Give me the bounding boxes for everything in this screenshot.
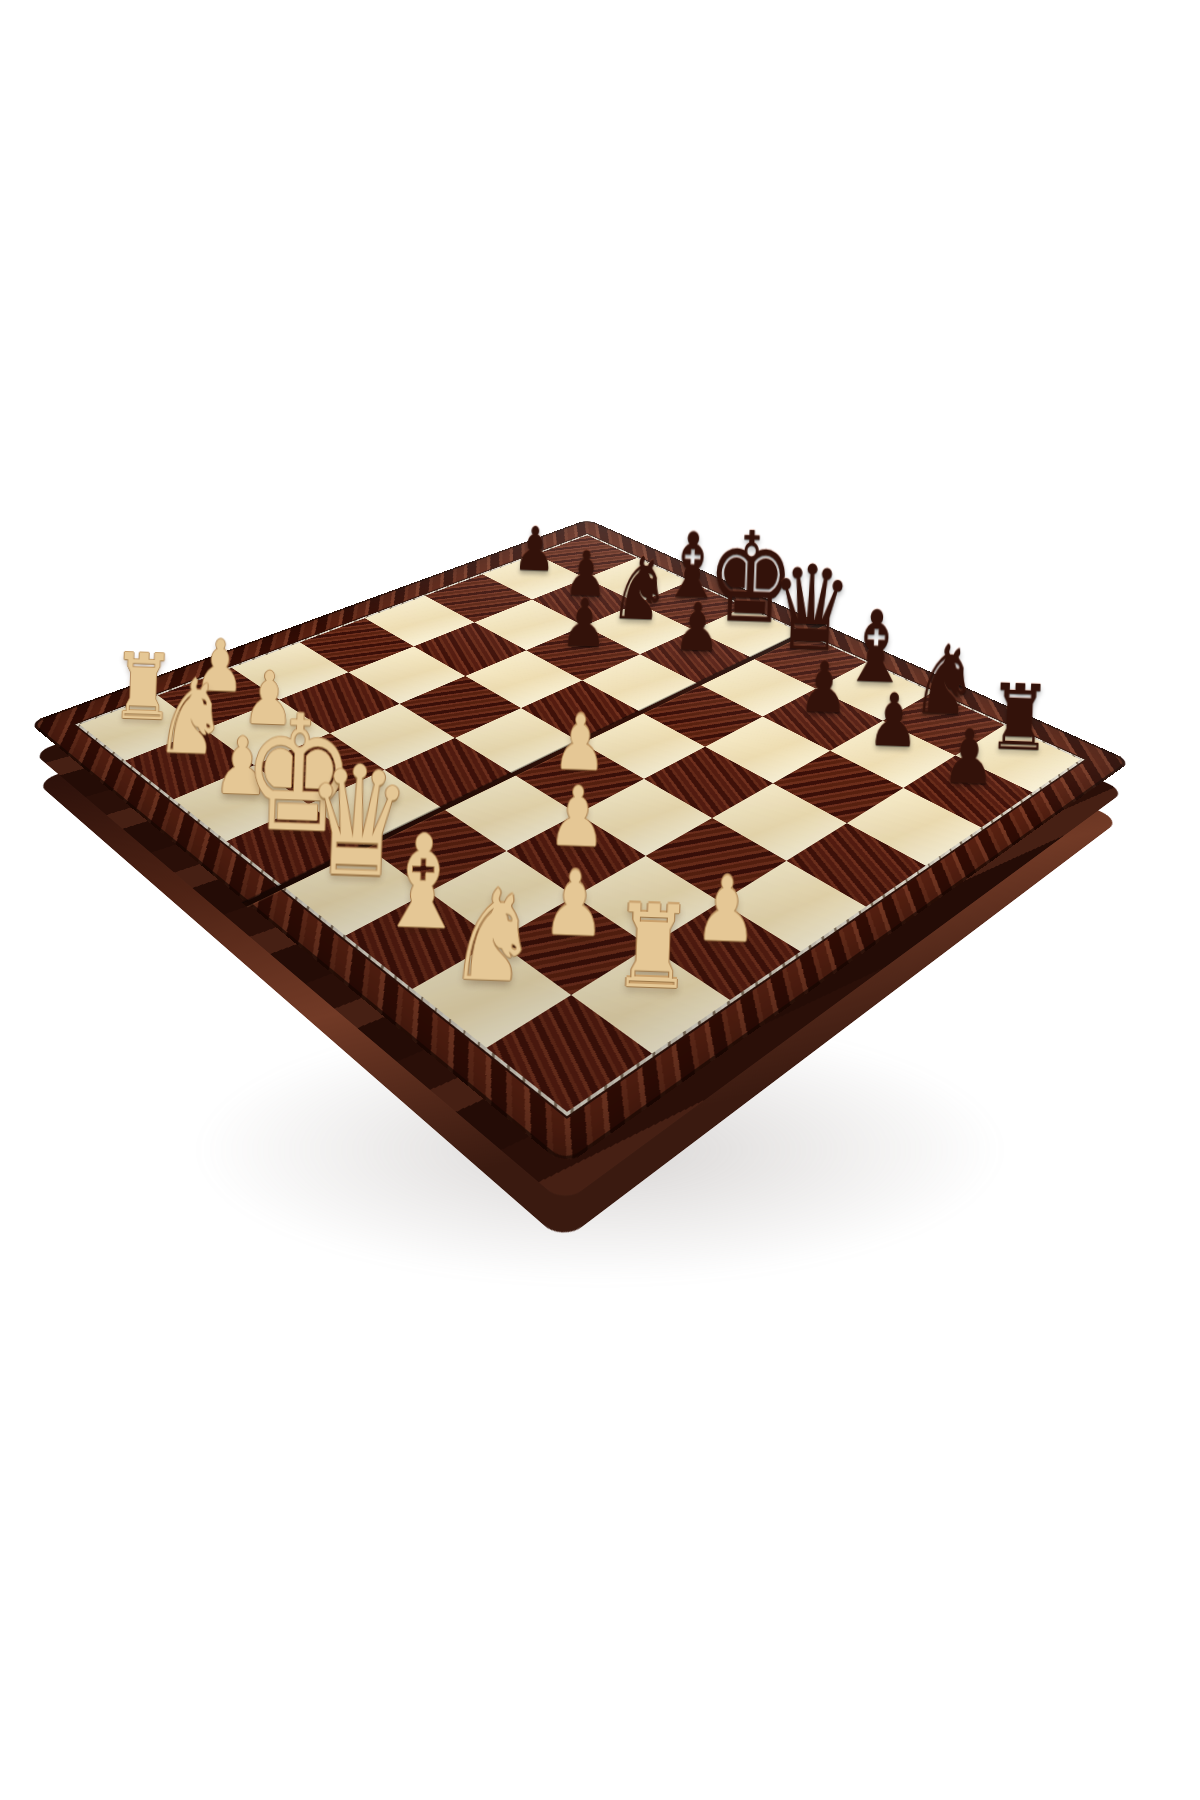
pawn-glyph: ♟ [536,865,613,950]
pawn-glyph: ♟ [542,781,613,859]
product-photo: ♟♝♟♚♞♛♟♟♝♞♟♟♜♟♜♟♟♞♟♟♚♟♛♝♟♟♞♜ [0,0,1200,1800]
pawn-glyph: ♟ [862,689,925,759]
knight-glyph: ♞ [439,881,548,1001]
rook-glyph: ♜ [603,896,702,1006]
pawn-glyph: ♟ [936,723,1002,796]
